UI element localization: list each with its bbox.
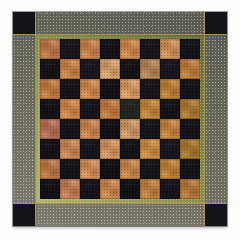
square-a2[interactable]	[40, 159, 60, 179]
square-d3[interactable]	[100, 139, 120, 159]
square-a6[interactable]	[40, 79, 60, 99]
square-b8[interactable]	[60, 39, 80, 59]
square-d2[interactable]	[100, 159, 120, 179]
corner-block-bottom-right	[204, 203, 227, 226]
square-a5[interactable]	[40, 99, 60, 119]
square-e1[interactable]	[120, 179, 140, 199]
square-c2[interactable]	[80, 159, 100, 179]
square-f7[interactable]	[140, 59, 160, 79]
square-d8[interactable]	[100, 39, 120, 59]
square-e3[interactable]	[120, 139, 140, 159]
square-g3[interactable]	[160, 139, 180, 159]
square-h5[interactable]	[180, 99, 200, 119]
square-f1[interactable]	[140, 179, 160, 199]
square-g6[interactable]	[160, 79, 180, 99]
square-b4[interactable]	[60, 119, 80, 139]
square-h4[interactable]	[180, 119, 200, 139]
square-e5[interactable]	[120, 99, 140, 119]
square-c1[interactable]	[80, 179, 100, 199]
square-b2[interactable]	[60, 159, 80, 179]
square-a8[interactable]	[40, 39, 60, 59]
square-e7[interactable]	[120, 59, 140, 79]
square-h3[interactable]	[180, 139, 200, 159]
square-h6[interactable]	[180, 79, 200, 99]
square-d7[interactable]	[100, 59, 120, 79]
square-d5[interactable]	[100, 99, 120, 119]
square-e2[interactable]	[120, 159, 140, 179]
corner-block-bottom-left	[13, 203, 36, 226]
square-h1[interactable]	[180, 179, 200, 199]
square-c3[interactable]	[80, 139, 100, 159]
square-f8[interactable]	[140, 39, 160, 59]
square-h7[interactable]	[180, 59, 200, 79]
square-f6[interactable]	[140, 79, 160, 99]
square-b1[interactable]	[60, 179, 80, 199]
square-b3[interactable]	[60, 139, 80, 159]
square-b5[interactable]	[60, 99, 80, 119]
corner-block-top-left	[13, 12, 36, 35]
square-f2[interactable]	[140, 159, 160, 179]
square-g1[interactable]	[160, 179, 180, 199]
square-c7[interactable]	[80, 59, 100, 79]
square-f4[interactable]	[140, 119, 160, 139]
square-d1[interactable]	[100, 179, 120, 199]
square-c4[interactable]	[80, 119, 100, 139]
square-g4[interactable]	[160, 119, 180, 139]
corner-block-top-right	[204, 12, 227, 35]
play-area	[40, 39, 200, 199]
square-e8[interactable]	[120, 39, 140, 59]
square-a7[interactable]	[40, 59, 60, 79]
square-f5[interactable]	[140, 99, 160, 119]
square-f3[interactable]	[140, 139, 160, 159]
square-g7[interactable]	[160, 59, 180, 79]
square-g5[interactable]	[160, 99, 180, 119]
square-e6[interactable]	[120, 79, 140, 99]
chessboard	[13, 12, 227, 226]
square-c8[interactable]	[80, 39, 100, 59]
square-b6[interactable]	[60, 79, 80, 99]
square-a4[interactable]	[40, 119, 60, 139]
square-a1[interactable]	[40, 179, 60, 199]
square-c5[interactable]	[80, 99, 100, 119]
square-d4[interactable]	[100, 119, 120, 139]
square-g8[interactable]	[160, 39, 180, 59]
square-e4[interactable]	[120, 119, 140, 139]
square-a3[interactable]	[40, 139, 60, 159]
square-d6[interactable]	[100, 79, 120, 99]
square-b7[interactable]	[60, 59, 80, 79]
square-c6[interactable]	[80, 79, 100, 99]
square-h8[interactable]	[180, 39, 200, 59]
square-g2[interactable]	[160, 159, 180, 179]
square-h2[interactable]	[180, 159, 200, 179]
photo-background	[0, 0, 240, 240]
